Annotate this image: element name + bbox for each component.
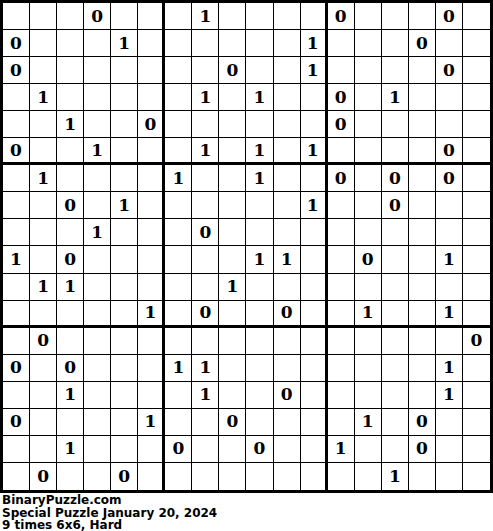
given-cell-r2c16: 0 bbox=[436, 57, 463, 84]
empty-cell-r6c3[interactable] bbox=[84, 165, 111, 192]
empty-cell-r17c9[interactable] bbox=[246, 463, 273, 490]
empty-cell-r13c4[interactable] bbox=[111, 355, 138, 382]
empty-cell-r12c6[interactable] bbox=[165, 328, 192, 355]
empty-cell-r2c5[interactable] bbox=[138, 57, 165, 84]
puzzle-subtitle: 9 times 6x6, Hard bbox=[2, 519, 493, 531]
empty-cell-r5c15[interactable] bbox=[409, 138, 436, 165]
empty-cell-r4c3[interactable] bbox=[84, 111, 111, 138]
given-cell-r9c0: 1 bbox=[3, 246, 30, 273]
empty-cell-r1c10[interactable] bbox=[274, 30, 301, 57]
empty-cell-r11c3[interactable] bbox=[84, 301, 111, 328]
empty-cell-r16c3[interactable] bbox=[84, 436, 111, 463]
empty-cell-r12c9[interactable] bbox=[246, 328, 273, 355]
empty-cell-r13c3[interactable] bbox=[84, 355, 111, 382]
given-cell-r15c13: 1 bbox=[355, 409, 382, 436]
given-cell-r10c2: 1 bbox=[57, 274, 84, 301]
given-cell-r7c11: 1 bbox=[301, 192, 328, 219]
empty-cell-r12c15[interactable] bbox=[409, 328, 436, 355]
empty-cell-r13c17[interactable] bbox=[463, 355, 490, 382]
empty-cell-r1c8[interactable] bbox=[219, 30, 246, 57]
empty-cell-r16c14[interactable] bbox=[382, 436, 409, 463]
empty-cell-r0c14[interactable] bbox=[382, 3, 409, 30]
empty-cell-r8c16[interactable] bbox=[436, 219, 463, 246]
empty-cell-r8c4[interactable] bbox=[111, 219, 138, 246]
given-cell-r11c5: 1 bbox=[138, 301, 165, 328]
empty-cell-r2c15[interactable] bbox=[409, 57, 436, 84]
empty-cell-r3c0[interactable] bbox=[3, 84, 30, 111]
given-cell-r0c12: 0 bbox=[328, 3, 355, 30]
given-cell-r15c5: 1 bbox=[138, 409, 165, 436]
empty-cell-r6c13[interactable] bbox=[355, 165, 382, 192]
empty-cell-r5c17[interactable] bbox=[463, 138, 490, 165]
empty-cell-r15c14[interactable] bbox=[382, 409, 409, 436]
empty-cell-r10c16[interactable] bbox=[436, 274, 463, 301]
empty-cell-r10c10[interactable] bbox=[274, 274, 301, 301]
empty-cell-r7c5[interactable] bbox=[138, 192, 165, 219]
empty-cell-r8c11[interactable] bbox=[301, 219, 328, 246]
given-cell-r13c0: 0 bbox=[3, 355, 30, 382]
empty-cell-r8c13[interactable] bbox=[355, 219, 382, 246]
empty-cell-r13c8[interactable] bbox=[219, 355, 246, 382]
empty-cell-r8c9[interactable] bbox=[246, 219, 273, 246]
empty-cell-r0c2[interactable] bbox=[57, 3, 84, 30]
empty-cell-r9c3[interactable] bbox=[84, 246, 111, 273]
given-cell-r5c11: 1 bbox=[301, 138, 328, 165]
empty-cell-r0c0[interactable] bbox=[3, 3, 30, 30]
empty-cell-r8c8[interactable] bbox=[219, 219, 246, 246]
empty-cell-r5c4[interactable] bbox=[111, 138, 138, 165]
empty-cell-r1c14[interactable] bbox=[382, 30, 409, 57]
empty-cell-r3c16[interactable] bbox=[436, 84, 463, 111]
empty-cell-r1c9[interactable] bbox=[246, 30, 273, 57]
empty-cell-r2c17[interactable] bbox=[463, 57, 490, 84]
empty-cell-r9c14[interactable] bbox=[382, 246, 409, 273]
given-cell-r6c9: 1 bbox=[246, 165, 273, 192]
empty-cell-r0c15[interactable] bbox=[409, 3, 436, 30]
given-cell-r16c12: 1 bbox=[328, 436, 355, 463]
empty-cell-r2c13[interactable] bbox=[355, 57, 382, 84]
empty-cell-r14c9[interactable] bbox=[246, 382, 273, 409]
given-cell-r3c1: 1 bbox=[30, 84, 57, 111]
empty-cell-r14c0[interactable] bbox=[3, 382, 30, 409]
empty-cell-r0c4[interactable] bbox=[111, 3, 138, 30]
empty-cell-r6c0[interactable] bbox=[3, 165, 30, 192]
empty-cell-r12c14[interactable] bbox=[382, 328, 409, 355]
empty-cell-r5c6[interactable] bbox=[165, 138, 192, 165]
given-cell-r11c10: 0 bbox=[274, 301, 301, 328]
binary-puzzle-board: 0100011000101110110001111011100001101010… bbox=[0, 0, 493, 493]
empty-cell-r1c6[interactable] bbox=[165, 30, 192, 57]
empty-cell-r10c7[interactable] bbox=[192, 274, 219, 301]
empty-cell-r8c14[interactable] bbox=[382, 219, 409, 246]
empty-cell-r9c15[interactable] bbox=[409, 246, 436, 273]
given-cell-r9c16: 1 bbox=[436, 246, 463, 273]
empty-cell-r8c10[interactable] bbox=[274, 219, 301, 246]
empty-cell-r15c4[interactable] bbox=[111, 409, 138, 436]
empty-cell-r13c10[interactable] bbox=[274, 355, 301, 382]
empty-cell-r8c1[interactable] bbox=[30, 219, 57, 246]
empty-cell-r6c8[interactable] bbox=[219, 165, 246, 192]
empty-cell-r3c13[interactable] bbox=[355, 84, 382, 111]
empty-cell-r14c14[interactable] bbox=[382, 382, 409, 409]
empty-cell-r16c5[interactable] bbox=[138, 436, 165, 463]
empty-cell-r15c6[interactable] bbox=[165, 409, 192, 436]
empty-cell-r17c3[interactable] bbox=[84, 463, 111, 490]
empty-cell-r16c11[interactable] bbox=[301, 436, 328, 463]
empty-cell-r4c15[interactable] bbox=[409, 111, 436, 138]
given-cell-r0c3: 0 bbox=[84, 3, 111, 30]
empty-cell-r3c8[interactable] bbox=[219, 84, 246, 111]
empty-cell-r5c2[interactable] bbox=[57, 138, 84, 165]
empty-cell-r16c10[interactable] bbox=[274, 436, 301, 463]
empty-cell-r17c16[interactable] bbox=[436, 463, 463, 490]
empty-cell-r7c10[interactable] bbox=[274, 192, 301, 219]
empty-cell-r12c10[interactable] bbox=[274, 328, 301, 355]
empty-cell-r4c7[interactable] bbox=[192, 111, 219, 138]
empty-cell-r1c2[interactable] bbox=[57, 30, 84, 57]
empty-cell-r2c3[interactable] bbox=[84, 57, 111, 84]
empty-cell-r11c17[interactable] bbox=[463, 301, 490, 328]
empty-cell-r11c11[interactable] bbox=[301, 301, 328, 328]
empty-cell-r12c3[interactable] bbox=[84, 328, 111, 355]
empty-cell-r0c10[interactable] bbox=[274, 3, 301, 30]
given-cell-r0c7: 1 bbox=[192, 3, 219, 30]
empty-cell-r14c13[interactable] bbox=[355, 382, 382, 409]
empty-cell-r14c6[interactable] bbox=[165, 382, 192, 409]
empty-cell-r11c14[interactable] bbox=[382, 301, 409, 328]
empty-cell-r16c17[interactable] bbox=[463, 436, 490, 463]
given-cell-r2c0: 0 bbox=[3, 57, 30, 84]
empty-cell-r16c13[interactable] bbox=[355, 436, 382, 463]
empty-cell-r6c15[interactable] bbox=[409, 165, 436, 192]
empty-cell-r14c11[interactable] bbox=[301, 382, 328, 409]
empty-cell-r12c0[interactable] bbox=[3, 328, 30, 355]
empty-cell-r11c0[interactable] bbox=[3, 301, 30, 328]
empty-cell-r6c10[interactable] bbox=[274, 165, 301, 192]
empty-cell-r5c8[interactable] bbox=[219, 138, 246, 165]
empty-cell-r9c7[interactable] bbox=[192, 246, 219, 273]
given-cell-r13c7: 1 bbox=[192, 355, 219, 382]
empty-cell-r11c1[interactable] bbox=[30, 301, 57, 328]
empty-cell-r10c0[interactable] bbox=[3, 274, 30, 301]
empty-cell-r12c11[interactable] bbox=[301, 328, 328, 355]
empty-cell-r10c9[interactable] bbox=[246, 274, 273, 301]
empty-cell-r8c12[interactable] bbox=[328, 219, 355, 246]
given-cell-r14c10: 0 bbox=[274, 382, 301, 409]
given-cell-r15c15: 0 bbox=[409, 409, 436, 436]
empty-cell-r4c8[interactable] bbox=[219, 111, 246, 138]
empty-cell-r16c16[interactable] bbox=[436, 436, 463, 463]
empty-cell-r8c5[interactable] bbox=[138, 219, 165, 246]
empty-cell-r8c15[interactable] bbox=[409, 219, 436, 246]
empty-cell-r9c17[interactable] bbox=[463, 246, 490, 273]
empty-cell-r13c15[interactable] bbox=[409, 355, 436, 382]
given-cell-r11c16: 1 bbox=[436, 301, 463, 328]
empty-cell-r4c1[interactable] bbox=[30, 111, 57, 138]
empty-cell-r3c10[interactable] bbox=[274, 84, 301, 111]
empty-cell-r7c17[interactable] bbox=[463, 192, 490, 219]
empty-cell-r12c2[interactable] bbox=[57, 328, 84, 355]
empty-cell-r2c9[interactable] bbox=[246, 57, 273, 84]
empty-cell-r3c4[interactable] bbox=[111, 84, 138, 111]
given-cell-r6c6: 1 bbox=[165, 165, 192, 192]
empty-cell-r14c12[interactable] bbox=[328, 382, 355, 409]
empty-cell-r2c4[interactable] bbox=[111, 57, 138, 84]
empty-cell-r10c14[interactable] bbox=[382, 274, 409, 301]
empty-cell-r10c3[interactable] bbox=[84, 274, 111, 301]
empty-cell-r16c1[interactable] bbox=[30, 436, 57, 463]
empty-cell-r17c17[interactable] bbox=[463, 463, 490, 490]
empty-cell-r12c12[interactable] bbox=[328, 328, 355, 355]
empty-cell-r12c16[interactable] bbox=[436, 328, 463, 355]
empty-cell-r14c8[interactable] bbox=[219, 382, 246, 409]
empty-cell-r4c6[interactable] bbox=[165, 111, 192, 138]
empty-cell-r4c17[interactable] bbox=[463, 111, 490, 138]
empty-cell-r0c8[interactable] bbox=[219, 3, 246, 30]
empty-cell-r17c7[interactable] bbox=[192, 463, 219, 490]
empty-cell-r17c2[interactable] bbox=[57, 463, 84, 490]
given-cell-r17c14: 1 bbox=[382, 463, 409, 490]
empty-cell-r9c11[interactable] bbox=[301, 246, 328, 273]
empty-cell-r6c5[interactable] bbox=[138, 165, 165, 192]
empty-cell-r0c11[interactable] bbox=[301, 3, 328, 30]
empty-cell-r12c8[interactable] bbox=[219, 328, 246, 355]
empty-cell-r2c1[interactable] bbox=[30, 57, 57, 84]
empty-cell-r5c13[interactable] bbox=[355, 138, 382, 165]
given-cell-r5c7: 1 bbox=[192, 138, 219, 165]
empty-cell-r7c7[interactable] bbox=[192, 192, 219, 219]
empty-cell-r8c0[interactable] bbox=[3, 219, 30, 246]
empty-cell-r9c6[interactable] bbox=[165, 246, 192, 273]
empty-cell-r15c1[interactable] bbox=[30, 409, 57, 436]
empty-cell-r14c5[interactable] bbox=[138, 382, 165, 409]
given-cell-r15c0: 0 bbox=[3, 409, 30, 436]
empty-cell-r6c4[interactable] bbox=[111, 165, 138, 192]
empty-cell-r3c15[interactable] bbox=[409, 84, 436, 111]
empty-cell-r10c4[interactable] bbox=[111, 274, 138, 301]
given-cell-r7c2: 0 bbox=[57, 192, 84, 219]
empty-cell-r2c6[interactable] bbox=[165, 57, 192, 84]
given-cell-r3c9: 1 bbox=[246, 84, 273, 111]
empty-cell-r4c9[interactable] bbox=[246, 111, 273, 138]
empty-cell-r15c3[interactable] bbox=[84, 409, 111, 436]
empty-cell-r10c5[interactable] bbox=[138, 274, 165, 301]
empty-cell-r5c10[interactable] bbox=[274, 138, 301, 165]
empty-cell-r10c17[interactable] bbox=[463, 274, 490, 301]
empty-cell-r3c5[interactable] bbox=[138, 84, 165, 111]
empty-cell-r17c8[interactable] bbox=[219, 463, 246, 490]
given-cell-r5c9: 1 bbox=[246, 138, 273, 165]
empty-cell-r9c8[interactable] bbox=[219, 246, 246, 273]
empty-cell-r15c12[interactable] bbox=[328, 409, 355, 436]
empty-cell-r16c7[interactable] bbox=[192, 436, 219, 463]
empty-cell-r17c13[interactable] bbox=[355, 463, 382, 490]
empty-cell-r1c3[interactable] bbox=[84, 30, 111, 57]
empty-cell-r12c5[interactable] bbox=[138, 328, 165, 355]
empty-cell-r1c1[interactable] bbox=[30, 30, 57, 57]
empty-cell-r2c7[interactable] bbox=[192, 57, 219, 84]
given-cell-r17c4: 0 bbox=[111, 463, 138, 490]
empty-cell-r17c0[interactable] bbox=[3, 463, 30, 490]
empty-cell-r1c5[interactable] bbox=[138, 30, 165, 57]
given-cell-r9c13: 0 bbox=[355, 246, 382, 273]
empty-cell-r11c12[interactable] bbox=[328, 301, 355, 328]
empty-cell-r3c3[interactable] bbox=[84, 84, 111, 111]
empty-cell-r16c0[interactable] bbox=[3, 436, 30, 463]
empty-cell-r13c5[interactable] bbox=[138, 355, 165, 382]
empty-cell-r4c11[interactable] bbox=[301, 111, 328, 138]
empty-cell-r17c5[interactable] bbox=[138, 463, 165, 490]
empty-cell-r9c5[interactable] bbox=[138, 246, 165, 273]
given-cell-r13c6: 1 bbox=[165, 355, 192, 382]
empty-cell-r0c13[interactable] bbox=[355, 3, 382, 30]
empty-cell-r10c6[interactable] bbox=[165, 274, 192, 301]
empty-cell-r7c1[interactable] bbox=[30, 192, 57, 219]
empty-cell-r4c0[interactable] bbox=[3, 111, 30, 138]
empty-cell-r3c17[interactable] bbox=[463, 84, 490, 111]
empty-cell-r5c1[interactable] bbox=[30, 138, 57, 165]
empty-cell-r17c15[interactable] bbox=[409, 463, 436, 490]
empty-cell-r8c6[interactable] bbox=[165, 219, 192, 246]
empty-cell-r11c9[interactable] bbox=[246, 301, 273, 328]
empty-cell-r1c16[interactable] bbox=[436, 30, 463, 57]
empty-cell-r1c7[interactable] bbox=[192, 30, 219, 57]
empty-cell-r4c13[interactable] bbox=[355, 111, 382, 138]
given-cell-r5c3: 1 bbox=[84, 138, 111, 165]
empty-cell-r2c12[interactable] bbox=[328, 57, 355, 84]
empty-cell-r11c15[interactable] bbox=[409, 301, 436, 328]
given-cell-r7c14: 0 bbox=[382, 192, 409, 219]
empty-cell-r17c6[interactable] bbox=[165, 463, 192, 490]
empty-cell-r7c6[interactable] bbox=[165, 192, 192, 219]
empty-cell-r0c5[interactable] bbox=[138, 3, 165, 30]
empty-cell-r17c10[interactable] bbox=[274, 463, 301, 490]
empty-cell-r0c17[interactable] bbox=[463, 3, 490, 30]
empty-cell-r14c3[interactable] bbox=[84, 382, 111, 409]
empty-cell-r11c8[interactable] bbox=[219, 301, 246, 328]
empty-cell-r1c13[interactable] bbox=[355, 30, 382, 57]
empty-cell-r3c6[interactable] bbox=[165, 84, 192, 111]
given-cell-r16c6: 0 bbox=[165, 436, 192, 463]
empty-cell-r15c9[interactable] bbox=[246, 409, 273, 436]
empty-cell-r7c0[interactable] bbox=[3, 192, 30, 219]
empty-cell-r7c12[interactable] bbox=[328, 192, 355, 219]
empty-cell-r10c12[interactable] bbox=[328, 274, 355, 301]
empty-cell-r2c2[interactable] bbox=[57, 57, 84, 84]
empty-cell-r4c10[interactable] bbox=[274, 111, 301, 138]
given-cell-r16c15: 0 bbox=[409, 436, 436, 463]
empty-cell-r7c8[interactable] bbox=[219, 192, 246, 219]
puzzle-caption: BinaryPuzzle.com Special Puzzle January … bbox=[0, 493, 493, 531]
given-cell-r1c4: 1 bbox=[111, 30, 138, 57]
empty-cell-r12c7[interactable] bbox=[192, 328, 219, 355]
empty-cell-r15c2[interactable] bbox=[57, 409, 84, 436]
empty-cell-r4c16[interactable] bbox=[436, 111, 463, 138]
empty-cell-r15c7[interactable] bbox=[192, 409, 219, 436]
empty-cell-r13c1[interactable] bbox=[30, 355, 57, 382]
empty-cell-r5c5[interactable] bbox=[138, 138, 165, 165]
empty-cell-r7c9[interactable] bbox=[246, 192, 273, 219]
empty-cell-r9c1[interactable] bbox=[30, 246, 57, 273]
empty-cell-r1c17[interactable] bbox=[463, 30, 490, 57]
empty-cell-r12c13[interactable] bbox=[355, 328, 382, 355]
empty-cell-r1c12[interactable] bbox=[328, 30, 355, 57]
empty-cell-r11c6[interactable] bbox=[165, 301, 192, 328]
empty-cell-r6c2[interactable] bbox=[57, 165, 84, 192]
empty-cell-r6c11[interactable] bbox=[301, 165, 328, 192]
empty-cell-r9c12[interactable] bbox=[328, 246, 355, 273]
empty-cell-r8c17[interactable] bbox=[463, 219, 490, 246]
empty-cell-r6c7[interactable] bbox=[192, 165, 219, 192]
given-cell-r16c2: 1 bbox=[57, 436, 84, 463]
empty-cell-r17c11[interactable] bbox=[301, 463, 328, 490]
empty-cell-r5c12[interactable] bbox=[328, 138, 355, 165]
given-cell-r8c7: 0 bbox=[192, 219, 219, 246]
empty-cell-r6c17[interactable] bbox=[463, 165, 490, 192]
empty-cell-r13c13[interactable] bbox=[355, 355, 382, 382]
empty-cell-r15c10[interactable] bbox=[274, 409, 301, 436]
empty-cell-r7c3[interactable] bbox=[84, 192, 111, 219]
empty-cell-r14c1[interactable] bbox=[30, 382, 57, 409]
empty-cell-r12c4[interactable] bbox=[111, 328, 138, 355]
empty-cell-r15c16[interactable] bbox=[436, 409, 463, 436]
empty-cell-r5c14[interactable] bbox=[382, 138, 409, 165]
empty-cell-r13c9[interactable] bbox=[246, 355, 273, 382]
empty-cell-r11c4[interactable] bbox=[111, 301, 138, 328]
empty-cell-r7c15[interactable] bbox=[409, 192, 436, 219]
empty-cell-r13c11[interactable] bbox=[301, 355, 328, 382]
given-cell-r12c1: 0 bbox=[30, 328, 57, 355]
empty-cell-r14c15[interactable] bbox=[409, 382, 436, 409]
given-cell-r15c8: 0 bbox=[219, 409, 246, 436]
empty-cell-r14c4[interactable] bbox=[111, 382, 138, 409]
empty-cell-r4c14[interactable] bbox=[382, 111, 409, 138]
given-cell-r8c3: 1 bbox=[84, 219, 111, 246]
given-cell-r9c10: 1 bbox=[274, 246, 301, 273]
empty-cell-r0c6[interactable] bbox=[165, 3, 192, 30]
empty-cell-r17c12[interactable] bbox=[328, 463, 355, 490]
empty-cell-r2c14[interactable] bbox=[382, 57, 409, 84]
empty-cell-r15c11[interactable] bbox=[301, 409, 328, 436]
empty-cell-r10c15[interactable] bbox=[409, 274, 436, 301]
empty-cell-r8c2[interactable] bbox=[57, 219, 84, 246]
empty-cell-r13c12[interactable] bbox=[328, 355, 355, 382]
empty-cell-r16c4[interactable] bbox=[111, 436, 138, 463]
given-cell-r4c12: 0 bbox=[328, 111, 355, 138]
empty-cell-r3c11[interactable] bbox=[301, 84, 328, 111]
empty-cell-r9c4[interactable] bbox=[111, 246, 138, 273]
given-cell-r0c16: 0 bbox=[436, 3, 463, 30]
empty-cell-r7c16[interactable] bbox=[436, 192, 463, 219]
empty-cell-r0c1[interactable] bbox=[30, 3, 57, 30]
empty-cell-r16c8[interactable] bbox=[219, 436, 246, 463]
empty-cell-r11c2[interactable] bbox=[57, 301, 84, 328]
empty-cell-r13c14[interactable] bbox=[382, 355, 409, 382]
empty-cell-r4c4[interactable] bbox=[111, 111, 138, 138]
empty-cell-r15c17[interactable] bbox=[463, 409, 490, 436]
empty-cell-r10c11[interactable] bbox=[301, 274, 328, 301]
given-cell-r3c12: 0 bbox=[328, 84, 355, 111]
empty-cell-r3c2[interactable] bbox=[57, 84, 84, 111]
given-cell-r16c9: 0 bbox=[246, 436, 273, 463]
empty-cell-r10c13[interactable] bbox=[355, 274, 382, 301]
given-cell-r2c8: 0 bbox=[219, 57, 246, 84]
empty-cell-r7c13[interactable] bbox=[355, 192, 382, 219]
empty-cell-r2c10[interactable] bbox=[274, 57, 301, 84]
given-cell-r6c12: 0 bbox=[328, 165, 355, 192]
empty-cell-r14c17[interactable] bbox=[463, 382, 490, 409]
empty-cell-r0c9[interactable] bbox=[246, 3, 273, 30]
